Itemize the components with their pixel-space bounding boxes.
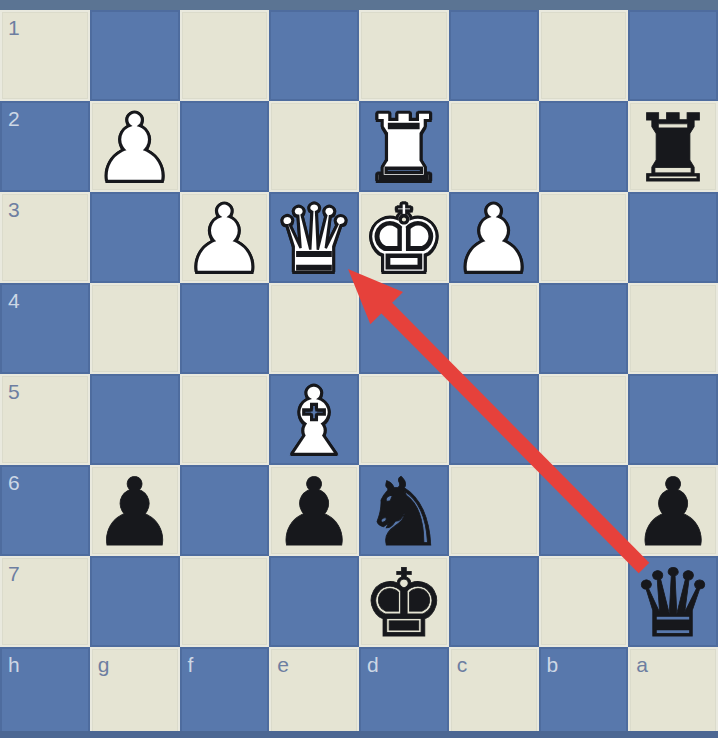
square-d6[interactable]: ♞ [359, 465, 449, 556]
black-pawn-e6[interactable]: ♟ [269, 467, 359, 558]
square-f8[interactable]: f [180, 647, 270, 738]
square-c2[interactable] [449, 101, 539, 192]
square-b5[interactable] [539, 374, 629, 465]
top-edge-bar [0, 0, 718, 10]
square-c3[interactable]: ♟ [449, 192, 539, 283]
black-rook-a2[interactable]: ♜ [628, 103, 718, 194]
square-a4[interactable] [628, 283, 718, 374]
square-c4[interactable] [449, 283, 539, 374]
square-g3[interactable] [90, 192, 180, 283]
square-c7[interactable] [449, 556, 539, 647]
square-e5[interactable]: ♝ [269, 374, 359, 465]
square-e2[interactable] [269, 101, 359, 192]
square-d3[interactable]: ♚ [359, 192, 449, 283]
square-f1[interactable] [180, 10, 270, 101]
square-a2[interactable]: ♜ [628, 101, 718, 192]
square-a5[interactable] [628, 374, 718, 465]
rank-label-1: 1 [8, 17, 20, 38]
file-label-g: g [98, 654, 110, 675]
square-h7[interactable]: 7 [0, 556, 90, 647]
white-pawn-f3[interactable]: ♟ [180, 194, 270, 285]
black-pawn-g6[interactable]: ♟ [90, 467, 180, 558]
square-f5[interactable] [180, 374, 270, 465]
square-g2[interactable]: ♟ [90, 101, 180, 192]
square-f4[interactable] [180, 283, 270, 374]
square-f2[interactable] [180, 101, 270, 192]
square-h4[interactable]: 4 [0, 283, 90, 374]
square-d1[interactable] [359, 10, 449, 101]
chess-board: 12♟♜♜3♟♛♚♟45♝6♟♟♞♟7♚♛hgfedcba [0, 10, 718, 738]
rank-label-2: 2 [8, 108, 20, 129]
square-h3[interactable]: 3 [0, 192, 90, 283]
square-d2[interactable]: ♜ [359, 101, 449, 192]
square-h8[interactable]: h [0, 647, 90, 738]
file-label-a: a [636, 654, 648, 675]
square-d5[interactable] [359, 374, 449, 465]
square-c6[interactable] [449, 465, 539, 556]
square-g7[interactable] [90, 556, 180, 647]
square-g1[interactable] [90, 10, 180, 101]
square-c8[interactable]: c [449, 647, 539, 738]
square-a1[interactable] [628, 10, 718, 101]
square-h2[interactable]: 2 [0, 101, 90, 192]
white-rook-d2[interactable]: ♜ [359, 103, 449, 194]
file-label-b: b [547, 654, 559, 675]
white-pawn-g2[interactable]: ♟ [90, 103, 180, 194]
white-pawn-c3[interactable]: ♟ [449, 194, 539, 285]
square-c1[interactable] [449, 10, 539, 101]
square-a6[interactable]: ♟ [628, 465, 718, 556]
chess-app-screenshot: 12♟♜♜3♟♛♚♟45♝6♟♟♞♟7♚♛hgfedcba [0, 0, 718, 738]
square-b2[interactable] [539, 101, 629, 192]
square-g5[interactable] [90, 374, 180, 465]
file-label-f: f [188, 654, 194, 675]
black-king-d7[interactable]: ♚ [359, 558, 449, 649]
square-h6[interactable]: 6 [0, 465, 90, 556]
square-e7[interactable] [269, 556, 359, 647]
file-label-e: e [277, 654, 289, 675]
rank-label-3: 3 [8, 199, 20, 220]
black-pawn-a6[interactable]: ♟ [628, 467, 718, 558]
white-bishop-e5[interactable]: ♝ [269, 376, 359, 467]
square-f6[interactable] [180, 465, 270, 556]
file-label-h: h [8, 654, 20, 675]
square-b1[interactable] [539, 10, 629, 101]
square-b7[interactable] [539, 556, 629, 647]
square-d7[interactable]: ♚ [359, 556, 449, 647]
square-e3[interactable]: ♛ [269, 192, 359, 283]
rank-label-7: 7 [8, 563, 20, 584]
square-c5[interactable] [449, 374, 539, 465]
black-knight-d6[interactable]: ♞ [359, 467, 449, 558]
square-b3[interactable] [539, 192, 629, 283]
square-h1[interactable]: 1 [0, 10, 90, 101]
square-g8[interactable]: g [90, 647, 180, 738]
square-e6[interactable]: ♟ [269, 465, 359, 556]
square-b8[interactable]: b [539, 647, 629, 738]
square-a3[interactable] [628, 192, 718, 283]
square-a7[interactable]: ♛ [628, 556, 718, 647]
square-e1[interactable] [269, 10, 359, 101]
square-f3[interactable]: ♟ [180, 192, 270, 283]
square-b6[interactable] [539, 465, 629, 556]
square-d8[interactable]: d [359, 647, 449, 738]
square-e8[interactable]: e [269, 647, 359, 738]
square-e4[interactable] [269, 283, 359, 374]
rank-label-5: 5 [8, 381, 20, 402]
rank-label-4: 4 [8, 290, 20, 311]
square-b4[interactable] [539, 283, 629, 374]
black-queen-a7[interactable]: ♛ [628, 558, 718, 649]
bottom-edge-bar [0, 731, 718, 738]
square-h5[interactable]: 5 [0, 374, 90, 465]
white-king-d3[interactable]: ♚ [359, 194, 449, 285]
rank-label-6: 6 [8, 472, 20, 493]
file-label-d: d [367, 654, 379, 675]
square-f7[interactable] [180, 556, 270, 647]
square-a8[interactable]: a [628, 647, 718, 738]
square-d4[interactable] [359, 283, 449, 374]
white-queen-e3[interactable]: ♛ [269, 194, 359, 285]
square-g4[interactable] [90, 283, 180, 374]
file-label-c: c [457, 654, 468, 675]
square-g6[interactable]: ♟ [90, 465, 180, 556]
